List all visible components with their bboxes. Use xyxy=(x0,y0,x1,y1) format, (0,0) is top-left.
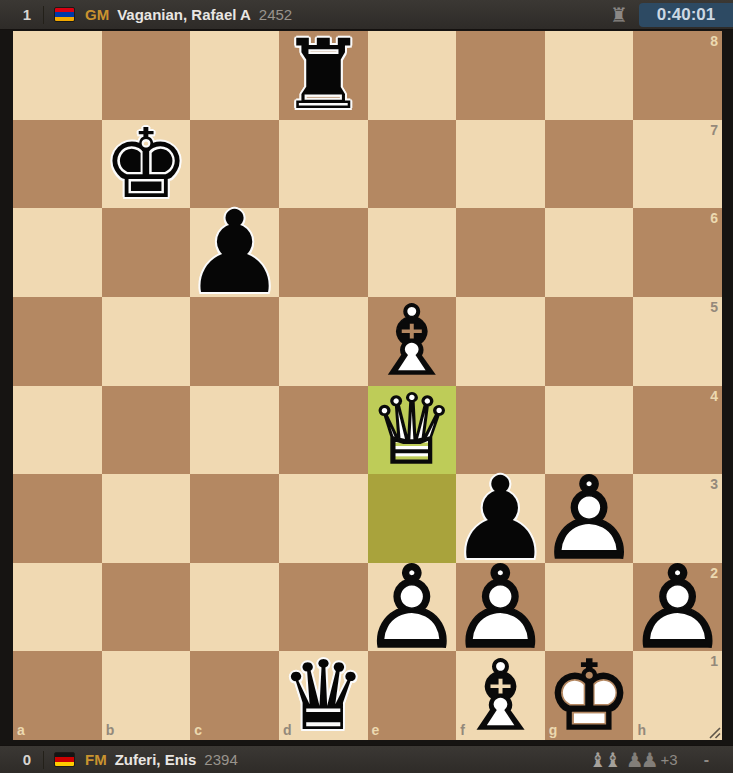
square-c2[interactable] xyxy=(190,563,279,652)
square-e5[interactable]: ♝♗ xyxy=(368,297,457,386)
bottom-player-title: FM xyxy=(85,751,107,768)
piece-white-pawn-f2[interactable]: ♟♙ xyxy=(456,563,545,652)
square-c4[interactable] xyxy=(190,386,279,475)
square-d8[interactable]: ♜ xyxy=(279,31,368,120)
black-queen-glyph: ♛ xyxy=(279,651,368,740)
square-b1[interactable]: b xyxy=(102,651,191,740)
square-c5[interactable] xyxy=(190,297,279,386)
square-c1[interactable]: c xyxy=(190,651,279,740)
square-c8[interactable] xyxy=(190,31,279,120)
bottom-player-clock: - xyxy=(704,751,709,769)
square-h7[interactable]: 7 xyxy=(633,120,722,209)
square-d4[interactable] xyxy=(279,386,368,475)
square-h4[interactable]: 4 xyxy=(633,386,722,475)
square-f2[interactable]: ♟♙ xyxy=(456,563,545,652)
square-e1[interactable]: e xyxy=(368,651,457,740)
square-g7[interactable] xyxy=(545,120,634,209)
square-g1[interactable]: g♚♔ xyxy=(545,651,634,740)
bar-divider xyxy=(43,751,44,769)
file-label-a: a xyxy=(17,723,25,737)
square-f8[interactable] xyxy=(456,31,545,120)
file-label-b: b xyxy=(106,723,115,737)
square-g6[interactable] xyxy=(545,208,634,297)
top-player-score: 1 xyxy=(20,6,34,23)
square-c3[interactable] xyxy=(190,474,279,563)
captured-rook-icon: ♜ xyxy=(610,5,625,25)
piece-white-king-g1[interactable]: ♚♔ xyxy=(545,651,634,740)
file-label-e: e xyxy=(372,723,380,737)
flag-germany-icon xyxy=(54,752,75,767)
bottom-player-rating: 2394 xyxy=(204,751,237,768)
bottom-player-name: Zuferi, Enis xyxy=(115,751,197,768)
top-player-name: Vaganian, Rafael A xyxy=(117,6,251,23)
square-b5[interactable] xyxy=(102,297,191,386)
square-a4[interactable] xyxy=(13,386,102,475)
square-h6[interactable]: 6 xyxy=(633,208,722,297)
square-f1[interactable]: f♝♗ xyxy=(456,651,545,740)
rank-label-7: 7 xyxy=(710,123,718,137)
black-king-glyph: ♚ xyxy=(102,120,191,209)
piece-black-king-b7[interactable]: ♚ xyxy=(102,120,191,209)
black-pawn-glyph: ♟ xyxy=(190,208,279,297)
white-queen-outline-glyph: ♕ xyxy=(368,386,457,475)
top-player-title: GM xyxy=(85,6,109,23)
square-a5[interactable] xyxy=(13,297,102,386)
flag-armenia-icon xyxy=(54,7,75,22)
piece-black-queen-d1[interactable]: ♛ xyxy=(279,651,368,740)
bottom-player-bar: 0 FM Zuferi, Enis 2394 ♝♝ ♟♟ +3 - xyxy=(0,745,733,773)
file-label-c: c xyxy=(194,723,202,737)
rank-label-4: 4 xyxy=(710,389,718,403)
square-h1[interactable]: h1 xyxy=(633,651,722,740)
piece-white-pawn-g3[interactable]: ♟♙ xyxy=(545,474,634,563)
file-label-h: h xyxy=(637,723,646,737)
square-e6[interactable] xyxy=(368,208,457,297)
top-player-clock: 0:40:01 xyxy=(639,3,733,27)
piece-white-pawn-e2[interactable]: ♟♙ xyxy=(368,563,457,652)
square-a2[interactable] xyxy=(13,563,102,652)
square-c6[interactable]: ♟ xyxy=(190,208,279,297)
square-h2[interactable]: 2♟♙ xyxy=(633,563,722,652)
square-b2[interactable] xyxy=(102,563,191,652)
square-d5[interactable] xyxy=(279,297,368,386)
piece-white-bishop-f1[interactable]: ♝♗ xyxy=(456,651,545,740)
square-f6[interactable] xyxy=(456,208,545,297)
board: ♜8♚7♟6♝♗5♛♕4♟♟♙3♟♙♟♙2♟♙abcd♛ef♝♗g♚♔h1 xyxy=(13,31,722,740)
square-b7[interactable]: ♚ xyxy=(102,120,191,209)
white-king-outline-glyph: ♔ xyxy=(545,651,634,740)
square-a3[interactable] xyxy=(13,474,102,563)
square-a8[interactable] xyxy=(13,31,102,120)
square-d2[interactable] xyxy=(279,563,368,652)
square-g8[interactable] xyxy=(545,31,634,120)
square-e8[interactable] xyxy=(368,31,457,120)
white-pawn-outline-glyph: ♙ xyxy=(545,474,634,563)
square-f7[interactable] xyxy=(456,120,545,209)
square-b8[interactable] xyxy=(102,31,191,120)
rank-label-1: 1 xyxy=(710,654,718,668)
white-pawn-outline-glyph: ♙ xyxy=(368,563,457,652)
board-resize-handle[interactable] xyxy=(705,723,721,739)
extra-pawns-icon: ♟♟ xyxy=(626,750,656,770)
top-player-bar: 1 GM Vaganian, Rafael A 2452 ♜ 0:40:01 xyxy=(0,0,733,30)
square-a6[interactable] xyxy=(13,208,102,297)
square-b3[interactable] xyxy=(102,474,191,563)
square-e2[interactable]: ♟♙ xyxy=(368,563,457,652)
bottom-player-score: 0 xyxy=(20,751,34,768)
black-rook-glyph: ♜ xyxy=(279,31,368,120)
rank-label-6: 6 xyxy=(710,211,718,225)
white-pawn-outline-glyph: ♙ xyxy=(633,563,722,652)
square-d6[interactable] xyxy=(279,208,368,297)
material-score: +3 xyxy=(661,751,678,768)
square-h5[interactable]: 5 xyxy=(633,297,722,386)
square-f5[interactable] xyxy=(456,297,545,386)
square-g2[interactable] xyxy=(545,563,634,652)
white-pawn-outline-glyph: ♙ xyxy=(456,563,545,652)
square-b4[interactable] xyxy=(102,386,191,475)
white-bishop-outline-glyph: ♗ xyxy=(368,297,457,386)
extra-bishops-icon: ♝♝ xyxy=(589,750,619,770)
bar-divider xyxy=(43,6,44,24)
white-bishop-outline-glyph: ♗ xyxy=(456,651,545,740)
square-d3[interactable] xyxy=(279,474,368,563)
piece-white-bishop-e5[interactable]: ♝♗ xyxy=(368,297,457,386)
rank-label-8: 8 xyxy=(710,34,718,48)
square-g3[interactable]: ♟♙ xyxy=(545,474,634,563)
piece-white-pawn-h2[interactable]: ♟♙ xyxy=(633,563,722,652)
square-e4[interactable]: ♛♕ xyxy=(368,386,457,475)
square-h8[interactable]: 8 xyxy=(633,31,722,120)
piece-black-rook-d8[interactable]: ♜ xyxy=(279,31,368,120)
square-d1[interactable]: d♛ xyxy=(279,651,368,740)
chess-app-window: 1 GM Vaganian, Rafael A 2452 ♜ 0:40:01 ♜… xyxy=(0,0,733,773)
piece-white-queen-e4[interactable]: ♛♕ xyxy=(368,386,457,475)
square-d7[interactable] xyxy=(279,120,368,209)
rank-label-3: 3 xyxy=(710,477,718,491)
square-a1[interactable]: a xyxy=(13,651,102,740)
piece-black-pawn-c6[interactable]: ♟ xyxy=(190,208,279,297)
square-g5[interactable] xyxy=(545,297,634,386)
square-a7[interactable] xyxy=(13,120,102,209)
rank-label-5: 5 xyxy=(710,300,718,314)
square-e7[interactable] xyxy=(368,120,457,209)
square-b6[interactable] xyxy=(102,208,191,297)
